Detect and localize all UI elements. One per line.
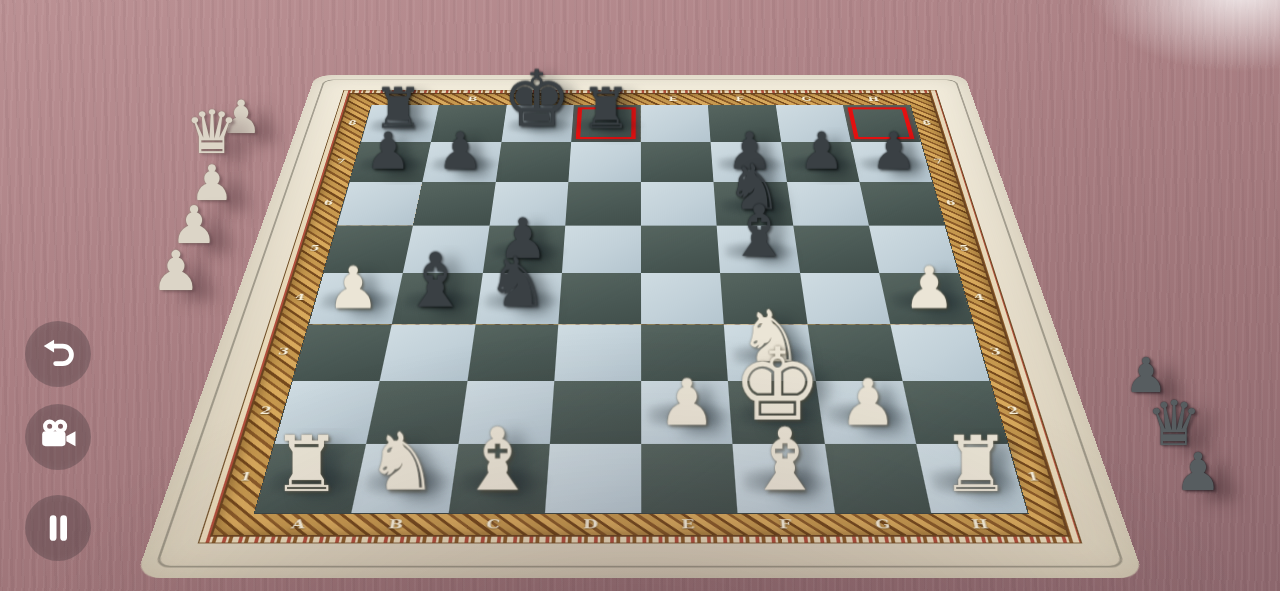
- captured-white-pawn: ♟: [151, 244, 200, 299]
- square-d6[interactable]: [565, 182, 641, 225]
- piece-white-rook-h1[interactable]: ♜: [916, 443, 1028, 512]
- square-g4[interactable]: [800, 273, 890, 325]
- piece-white-pawn-e2[interactable]: ♟: [641, 381, 733, 444]
- piece-white-pawn-a4[interactable]: ♟: [309, 273, 403, 325]
- black-pawn-glyph: ♟: [437, 127, 483, 176]
- square-a3[interactable]: [293, 324, 392, 381]
- white-knight-glyph: ♞: [366, 426, 437, 502]
- black-pawn-glyph: ♟: [871, 127, 917, 176]
- black-rook-glyph: ♜: [581, 83, 631, 136]
- piece-black-bishop-b4[interactable]: ♝: [392, 273, 482, 325]
- black-king-glyph: ♚: [502, 63, 571, 136]
- piece-black-bishop-f5[interactable]: ♝: [717, 225, 800, 272]
- square-g1[interactable]: [824, 443, 931, 512]
- board-grid[interactable]: ♜♚♜♟♟♟♟♟♞♟♝♝♞♟♟♞♟♚♟♜♞♝♝♜: [254, 105, 1029, 514]
- square-e4[interactable]: [641, 273, 724, 325]
- piece-white-pawn-g2[interactable]: ♟: [815, 381, 916, 444]
- square-e6[interactable]: [641, 182, 717, 225]
- piece-black-pawn-a7[interactable]: ♟: [350, 142, 431, 182]
- black-bishop-glyph: ♝: [727, 197, 791, 265]
- square-a6[interactable]: [337, 182, 422, 225]
- square-g6[interactable]: [786, 182, 868, 225]
- black-pawn-glyph: ♟: [799, 127, 845, 176]
- captured-white-queen: ♛: [185, 102, 239, 162]
- piece-black-pawn-g7[interactable]: ♟: [781, 142, 860, 182]
- pause-icon: [40, 510, 76, 546]
- chessboard-3d: ♜♚♜♟♟♟♟♟♞♟♝♝♞♟♟♞♟♚♟♜♞♝♝♜ AABBCCDDEEFFGGH…: [135, 75, 1144, 578]
- white-bishop-glyph: ♝: [459, 419, 537, 502]
- square-d2[interactable]: [550, 381, 642, 444]
- white-pawn-glyph: ♟: [327, 260, 379, 315]
- square-d5[interactable]: [562, 225, 641, 272]
- square-e1[interactable]: [641, 443, 738, 512]
- piece-white-rook-a1[interactable]: ♜: [255, 443, 366, 512]
- piece-black-rook-d8[interactable]: ♜: [571, 105, 641, 142]
- square-e7[interactable]: [641, 142, 714, 182]
- piece-white-bishop-c1[interactable]: ♝: [448, 443, 549, 512]
- piece-white-pawn-h4[interactable]: ♟: [879, 273, 973, 325]
- game-screen: ♜♚♜♟♟♟♟♟♞♟♝♝♞♟♟♞♟♚♟♜♞♝♝♜ AABBCCDDEEFFGGH…: [0, 0, 1280, 591]
- black-bishop-glyph: ♝: [402, 245, 469, 316]
- black-knight-glyph: ♞: [487, 250, 549, 315]
- square-b3[interactable]: [380, 324, 475, 381]
- white-pawn-glyph: ♟: [658, 372, 716, 433]
- black-pawn-glyph: ♟: [365, 127, 411, 176]
- square-d7[interactable]: [568, 142, 641, 182]
- white-rook-glyph: ♜: [942, 428, 1011, 501]
- square-b6[interactable]: [413, 182, 495, 225]
- video-camera-icon: [38, 417, 78, 457]
- square-g5[interactable]: [793, 225, 879, 272]
- captured-black-pawn: ♟: [1175, 446, 1222, 498]
- white-rook-glyph: ♜: [272, 428, 341, 501]
- square-e8[interactable]: [641, 105, 711, 142]
- square-d1[interactable]: [545, 443, 642, 512]
- square-c3[interactable]: [467, 324, 558, 381]
- undo-button[interactable]: [25, 321, 91, 387]
- piece-white-bishop-f1[interactable]: ♝: [733, 443, 835, 512]
- white-pawn-glyph: ♟: [903, 260, 955, 315]
- white-bishop-glyph: ♝: [746, 419, 824, 502]
- square-h6[interactable]: [859, 182, 944, 225]
- square-e5[interactable]: [641, 225, 720, 272]
- square-h3[interactable]: [890, 324, 989, 381]
- pause-button[interactable]: [25, 495, 91, 561]
- square-c7[interactable]: [495, 142, 571, 182]
- camera-button[interactable]: [25, 404, 91, 470]
- undo-arrow-icon: [39, 335, 77, 373]
- piece-black-pawn-h7[interactable]: ♟: [851, 142, 932, 182]
- piece-black-king-c8[interactable]: ♚: [501, 105, 574, 142]
- white-pawn-glyph: ♟: [839, 372, 897, 433]
- piece-white-knight-b1[interactable]: ♞: [352, 443, 458, 512]
- piece-black-pawn-b7[interactable]: ♟: [423, 142, 501, 182]
- square-d3[interactable]: [554, 324, 641, 381]
